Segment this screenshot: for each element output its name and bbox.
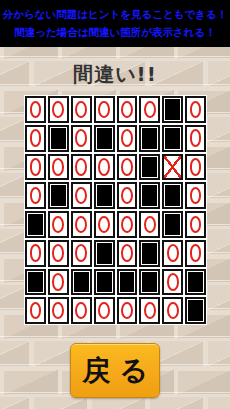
circle-mark bbox=[144, 101, 156, 118]
board-cell-r5c7[interactable] bbox=[162, 211, 183, 238]
board-cell-r1c8[interactable] bbox=[185, 96, 206, 123]
board-cell-r8c7[interactable] bbox=[162, 297, 183, 324]
circle-mark bbox=[167, 244, 179, 261]
circle-mark bbox=[190, 158, 202, 175]
board-cell-r7c7[interactable] bbox=[162, 269, 183, 296]
info-banner: 分からない問題はヒントを見ることもできる！ 間違った場合は間違い箇所が表示される… bbox=[0, 0, 230, 47]
circle-mark bbox=[30, 302, 42, 319]
circle-mark bbox=[75, 101, 87, 118]
board-cell-r6c3[interactable] bbox=[71, 240, 92, 267]
board-cell-r4c6[interactable] bbox=[139, 182, 160, 209]
board-cell-r8c3[interactable] bbox=[71, 297, 92, 324]
circle-mark bbox=[144, 302, 156, 319]
black-cell-fill bbox=[51, 185, 66, 206]
x-mark bbox=[164, 156, 181, 179]
board-cell-r5c4[interactable] bbox=[94, 211, 115, 238]
board-cell-r4c8[interactable] bbox=[185, 182, 206, 209]
black-cell-fill bbox=[142, 157, 157, 178]
board-cell-r6c7[interactable] bbox=[162, 240, 183, 267]
circle-mark bbox=[52, 302, 64, 319]
board-cell-r7c3[interactable] bbox=[71, 269, 92, 296]
black-cell-fill bbox=[28, 214, 43, 235]
board-cell-r2c8[interactable] bbox=[185, 125, 206, 152]
back-button[interactable]: 戻る bbox=[70, 343, 160, 398]
board-cell-r1c5[interactable] bbox=[117, 96, 138, 123]
board-cell-r7c6[interactable] bbox=[139, 269, 160, 296]
black-cell-fill bbox=[97, 185, 112, 206]
board-cell-r3c7[interactable] bbox=[162, 154, 183, 181]
circle-mark bbox=[190, 129, 202, 146]
board-cell-r8c1[interactable] bbox=[25, 297, 46, 324]
circle-mark bbox=[167, 302, 179, 319]
board-cell-r8c8[interactable] bbox=[185, 297, 206, 324]
black-cell-fill bbox=[97, 128, 112, 149]
board-cell-r3c3[interactable] bbox=[71, 154, 92, 181]
board-cell-r5c8[interactable] bbox=[185, 211, 206, 238]
circle-mark bbox=[121, 302, 133, 319]
black-cell-fill bbox=[142, 128, 157, 149]
black-cell-fill bbox=[142, 243, 157, 264]
board-cell-r6c4[interactable] bbox=[94, 240, 115, 267]
circle-mark bbox=[52, 244, 64, 261]
board-cell-r6c5[interactable] bbox=[117, 240, 138, 267]
circle-mark bbox=[52, 158, 64, 175]
black-cell-fill bbox=[28, 272, 43, 293]
black-cell-fill bbox=[165, 214, 180, 235]
circle-mark bbox=[190, 187, 202, 204]
info-banner-line-2: 間違った場合は間違い箇所が表示される！ bbox=[14, 27, 215, 38]
board-cell-r7c4[interactable] bbox=[94, 269, 115, 296]
circle-mark bbox=[190, 101, 202, 118]
board-cell-r4c7[interactable] bbox=[162, 182, 183, 209]
circle-mark bbox=[75, 187, 87, 204]
board-cell-r4c4[interactable] bbox=[94, 182, 115, 209]
circle-mark bbox=[30, 129, 42, 146]
board-cell-r3c6[interactable] bbox=[139, 154, 160, 181]
circle-mark bbox=[121, 187, 133, 204]
board-cell-r6c2[interactable] bbox=[48, 240, 69, 267]
board-cell-r5c3[interactable] bbox=[71, 211, 92, 238]
black-cell-fill bbox=[51, 128, 66, 149]
circle-mark bbox=[121, 158, 133, 175]
board-cell-r1c6[interactable] bbox=[139, 96, 160, 123]
board-cell-r3c4[interactable] bbox=[94, 154, 115, 181]
black-cell-fill bbox=[97, 272, 112, 293]
circle-mark bbox=[98, 216, 110, 233]
board-cell-r1c3[interactable] bbox=[71, 96, 92, 123]
board-cell-r7c8[interactable] bbox=[185, 269, 206, 296]
circle-mark bbox=[98, 302, 110, 319]
board-cell-r8c5[interactable] bbox=[117, 297, 138, 324]
board-cell-r5c5[interactable] bbox=[117, 211, 138, 238]
board-cell-r3c8[interactable] bbox=[185, 154, 206, 181]
board-cell-r6c1[interactable] bbox=[25, 240, 46, 267]
board-cell-r3c1[interactable] bbox=[25, 154, 46, 181]
circle-mark bbox=[75, 244, 87, 261]
board-cell-r8c2[interactable] bbox=[48, 297, 69, 324]
circle-mark bbox=[190, 216, 202, 233]
black-cell-fill bbox=[165, 99, 180, 120]
black-cell-fill bbox=[188, 300, 203, 321]
board-cell-r6c6[interactable] bbox=[139, 240, 160, 267]
board-cell-r1c1[interactable] bbox=[25, 96, 46, 123]
board-cell-r1c2[interactable] bbox=[48, 96, 69, 123]
board-cell-r5c1[interactable] bbox=[25, 211, 46, 238]
circle-mark bbox=[121, 216, 133, 233]
board-cell-r3c5[interactable] bbox=[117, 154, 138, 181]
black-cell-fill bbox=[142, 185, 157, 206]
black-cell-fill bbox=[74, 272, 89, 293]
board-cell-r4c2[interactable] bbox=[48, 182, 69, 209]
circle-mark bbox=[30, 101, 42, 118]
board-cell-r8c6[interactable] bbox=[139, 297, 160, 324]
board-cell-r2c2[interactable] bbox=[48, 125, 69, 152]
board-cell-r4c3[interactable] bbox=[71, 182, 92, 209]
board-cell-r1c4[interactable] bbox=[94, 96, 115, 123]
board-cell-r1c7[interactable] bbox=[162, 96, 183, 123]
board-cell-r5c6[interactable] bbox=[139, 211, 160, 238]
circle-mark bbox=[75, 216, 87, 233]
circle-mark bbox=[121, 101, 133, 118]
board-cell-r2c1[interactable] bbox=[25, 125, 46, 152]
black-cell-fill bbox=[165, 128, 180, 149]
circle-mark bbox=[98, 101, 110, 118]
black-cell-fill bbox=[142, 272, 157, 293]
board-cell-r7c2[interactable] bbox=[48, 269, 69, 296]
page-title: 間違い!! bbox=[0, 61, 230, 88]
circle-mark bbox=[75, 158, 87, 175]
black-cell-fill bbox=[165, 185, 180, 206]
puzzle-board bbox=[24, 95, 207, 325]
circle-mark bbox=[52, 216, 64, 233]
black-cell-fill bbox=[97, 243, 112, 264]
circle-mark bbox=[52, 101, 64, 118]
stone-wall-background: 分からない問題はヒントを見ることもできる！ 間違った場合は間違い箇所が表示される… bbox=[0, 0, 230, 409]
black-cell-fill bbox=[188, 272, 203, 293]
circle-mark bbox=[75, 302, 87, 319]
circle-mark bbox=[30, 158, 42, 175]
board-cell-r4c1[interactable] bbox=[25, 182, 46, 209]
board-cell-r7c5[interactable] bbox=[117, 269, 138, 296]
info-banner-line-1: 分からない問題はヒントを見ることもできる！ bbox=[3, 9, 227, 20]
board-cell-r2c5[interactable] bbox=[117, 125, 138, 152]
board-cell-r3c2[interactable] bbox=[48, 154, 69, 181]
circle-mark bbox=[167, 273, 179, 290]
board-cell-r5c2[interactable] bbox=[48, 211, 69, 238]
circle-mark bbox=[75, 129, 87, 146]
circle-mark bbox=[52, 273, 64, 290]
circle-mark bbox=[98, 158, 110, 175]
circle-mark bbox=[144, 216, 156, 233]
circle-mark bbox=[190, 244, 202, 261]
board-cell-r6c8[interactable] bbox=[185, 240, 206, 267]
board-cell-r4c5[interactable] bbox=[117, 182, 138, 209]
black-cell-fill bbox=[120, 272, 135, 293]
circle-mark bbox=[121, 129, 133, 146]
circle-mark bbox=[30, 244, 42, 261]
board-cell-r2c3[interactable] bbox=[71, 125, 92, 152]
board-cell-r8c4[interactable] bbox=[94, 297, 115, 324]
board-cell-r7c1[interactable] bbox=[25, 269, 46, 296]
board-cell-r2c7[interactable] bbox=[162, 125, 183, 152]
circle-mark bbox=[30, 187, 42, 204]
board-cell-r2c6[interactable] bbox=[139, 125, 160, 152]
board-cell-r2c4[interactable] bbox=[94, 125, 115, 152]
circle-mark bbox=[121, 244, 133, 261]
